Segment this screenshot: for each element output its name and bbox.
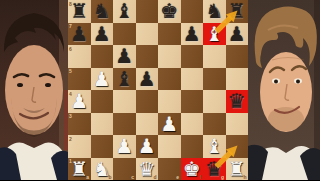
square-c4[interactable] [113,90,136,113]
square-f4[interactable] [181,90,204,113]
piece-wp-e3: ♟ [158,113,181,136]
rank-label-3: 3 [69,113,72,119]
file-label-c: c [131,174,134,180]
piece-wp-b5: ♟ [91,68,114,91]
square-e3[interactable]: ♟ [158,113,181,136]
piece-wp-d2: ♟ [136,135,159,158]
square-g5[interactable] [203,68,226,91]
piece-wp-c2: ♟ [113,135,136,158]
square-b7[interactable]: ♟ [91,23,114,46]
square-g7[interactable]: ♝ [203,23,226,46]
square-d5[interactable]: ♟ [136,68,159,91]
square-d6[interactable] [136,45,159,68]
square-c2[interactable]: ♟ [113,135,136,158]
square-e5[interactable] [158,68,181,91]
rank-label-8: 8 [69,1,72,7]
square-c8[interactable]: ♝ [113,0,136,23]
square-c3[interactable] [113,113,136,136]
square-a3[interactable]: 3 [68,113,91,136]
square-f5[interactable] [181,68,204,91]
square-c7[interactable] [113,23,136,46]
square-h8[interactable]: ♜ [226,0,249,23]
square-a8[interactable]: ♜8 [68,0,91,23]
file-label-f: f [200,174,202,180]
rank-label-5: 5 [69,68,72,74]
piece-bb-c5: ♝ [113,68,136,91]
square-d1[interactable]: ♛d [136,158,159,181]
square-h3[interactable] [226,113,249,136]
rank-label-7: 7 [69,23,72,29]
square-e6[interactable] [158,45,181,68]
square-f2[interactable] [181,135,204,158]
piece-bn-g8: ♞ [203,0,226,23]
piece-bp-d5: ♟ [136,68,159,91]
piece-bp-c6: ♟ [113,45,136,68]
right-player-photo [248,0,320,180]
square-a4[interactable]: ♟4 [68,90,91,113]
square-g2[interactable]: ♝ [203,135,226,158]
piece-bk-e8: ♚ [158,0,181,23]
square-f7[interactable]: ♟ [181,23,204,46]
square-e2[interactable] [158,135,181,158]
piece-br-h8: ♜ [226,0,249,23]
square-d3[interactable] [136,113,159,136]
square-b2[interactable] [91,135,114,158]
square-g1[interactable]: ♛g [203,158,226,181]
square-f8[interactable] [181,0,204,23]
piece-bn-b8: ♞ [91,0,114,23]
file-label-a: a [86,174,89,180]
rank-label-4: 4 [69,91,72,97]
file-label-h: h [243,174,246,180]
square-b1[interactable]: ♞b [91,158,114,181]
square-e4[interactable] [158,90,181,113]
rank-label-1: 1 [69,158,72,164]
square-b4[interactable] [91,90,114,113]
square-a6[interactable]: 6 [68,45,91,68]
rank-label-2: 2 [69,136,72,142]
square-e8[interactable]: ♚ [158,0,181,23]
piece-bp-h7: ♟ [226,23,249,46]
square-g4[interactable] [203,90,226,113]
piece-wb-g2: ♝ [203,135,226,158]
square-b5[interactable]: ♟ [91,68,114,91]
square-h6[interactable] [226,45,249,68]
square-h5[interactable] [226,68,249,91]
square-e1[interactable]: e [158,158,181,181]
left-player-face [0,0,68,180]
piece-bq-h4: ♛ [226,90,249,113]
chess-board-squares: ♜8♞♝♚♞♜♟7♟♟♝♟6♟5♟♝♟♟4♛3♟2♟♟♝♜1a♞bc♛de♚f♛… [68,0,248,180]
square-g3[interactable] [203,113,226,136]
square-e7[interactable] [158,23,181,46]
square-a7[interactable]: ♟7 [68,23,91,46]
square-d4[interactable] [136,90,159,113]
square-d7[interactable] [136,23,159,46]
square-b6[interactable] [91,45,114,68]
rank-label-6: 6 [69,46,72,52]
square-b3[interactable] [91,113,114,136]
file-label-b: b [108,174,111,180]
left-player-head [4,13,64,137]
square-d2[interactable]: ♟ [136,135,159,158]
square-c6[interactable]: ♟ [113,45,136,68]
piece-bb-c8: ♝ [113,0,136,23]
piece-bp-f7: ♟ [181,23,204,46]
square-f1[interactable]: ♚f [181,158,204,181]
square-b8[interactable]: ♞ [91,0,114,23]
square-g8[interactable]: ♞ [203,0,226,23]
square-f6[interactable] [181,45,204,68]
file-label-g: g [221,174,224,180]
square-f3[interactable] [181,113,204,136]
file-label-e: e [176,174,179,180]
square-a2[interactable]: 2 [68,135,91,158]
left-player-photo [0,0,68,180]
chess-board: ♜8♞♝♚♞♜♟7♟♟♝♟6♟5♟♝♟♟4♛3♟2♟♟♝♜1a♞bc♛de♚f♛… [68,0,248,180]
square-h1[interactable]: ♜h [226,158,249,181]
square-g6[interactable] [203,45,226,68]
square-c1[interactable]: c [113,158,136,181]
square-a5[interactable]: 5 [68,68,91,91]
piece-wb-g7: ♝ [203,23,226,46]
square-h7[interactable]: ♟ [226,23,249,46]
right-player-face [248,0,320,180]
file-label-d: d [153,174,156,180]
square-a1[interactable]: ♜1a [68,158,91,181]
thumbnail-stage: ♜8♞♝♚♞♜♟7♟♟♝♟6♟5♟♝♟♟4♛3♟2♟♟♝♜1a♞bc♛de♚f♛… [0,0,320,180]
piece-bp-b7: ♟ [91,23,114,46]
square-h4[interactable]: ♛ [226,90,249,113]
square-h2[interactable] [226,135,249,158]
square-c5[interactable]: ♝ [113,68,136,91]
square-d8[interactable] [136,0,159,23]
